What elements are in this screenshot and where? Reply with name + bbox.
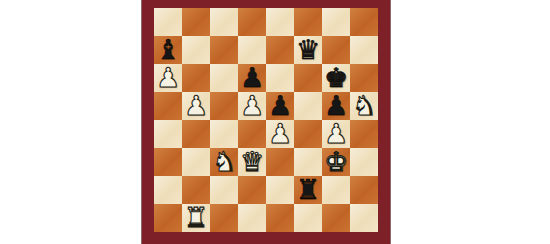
white-pawn[interactable]: ♟ [240, 92, 264, 119]
square-g2[interactable] [322, 176, 350, 204]
square-g5[interactable]: ♟ [322, 92, 350, 120]
square-g3[interactable]: ♚ [322, 148, 350, 176]
white-rook[interactable]: ♜ [184, 204, 208, 231]
white-pawn[interactable]: ♟ [156, 64, 180, 91]
square-g6[interactable]: ♚ [322, 64, 350, 92]
square-e8[interactable] [266, 8, 294, 36]
square-f5[interactable] [294, 92, 322, 120]
square-c7[interactable] [210, 36, 238, 64]
square-f7[interactable]: ♛ [294, 36, 322, 64]
square-b8[interactable] [182, 8, 210, 36]
page-background: ♝♛♟♟♚♟♟♟♟♞♟♟♞♛♚♜♜ [0, 0, 550, 244]
square-h6[interactable] [350, 64, 378, 92]
black-king[interactable]: ♚ [324, 64, 348, 91]
square-e7[interactable] [266, 36, 294, 64]
square-g1[interactable] [322, 204, 350, 232]
square-e6[interactable] [266, 64, 294, 92]
square-g8[interactable] [322, 8, 350, 36]
square-a2[interactable] [154, 176, 182, 204]
square-b1[interactable]: ♜ [182, 204, 210, 232]
square-h8[interactable] [350, 8, 378, 36]
square-h1[interactable] [350, 204, 378, 232]
square-c1[interactable] [210, 204, 238, 232]
black-queen[interactable]: ♛ [296, 36, 320, 63]
square-a3[interactable] [154, 148, 182, 176]
square-a8[interactable] [154, 8, 182, 36]
square-b2[interactable] [182, 176, 210, 204]
square-b4[interactable] [182, 120, 210, 148]
white-king[interactable]: ♚ [324, 148, 348, 175]
square-f3[interactable] [294, 148, 322, 176]
square-b5[interactable]: ♟ [182, 92, 210, 120]
square-e1[interactable] [266, 204, 294, 232]
square-e3[interactable] [266, 148, 294, 176]
white-queen[interactable]: ♛ [240, 148, 264, 175]
white-pawn[interactable]: ♟ [184, 92, 208, 119]
black-rook[interactable]: ♜ [296, 176, 320, 203]
black-pawn[interactable]: ♟ [240, 64, 264, 91]
square-f6[interactable] [294, 64, 322, 92]
square-f4[interactable] [294, 120, 322, 148]
square-e4[interactable]: ♟ [266, 120, 294, 148]
square-a7[interactable]: ♝ [154, 36, 182, 64]
square-h5[interactable]: ♞ [350, 92, 378, 120]
white-knight[interactable]: ♞ [212, 148, 236, 175]
square-d7[interactable] [238, 36, 266, 64]
square-d6[interactable]: ♟ [238, 64, 266, 92]
square-d2[interactable] [238, 176, 266, 204]
square-c4[interactable] [210, 120, 238, 148]
square-f1[interactable] [294, 204, 322, 232]
square-d4[interactable] [238, 120, 266, 148]
square-b7[interactable] [182, 36, 210, 64]
black-pawn[interactable]: ♟ [268, 92, 292, 119]
square-g7[interactable] [322, 36, 350, 64]
square-h2[interactable] [350, 176, 378, 204]
square-h3[interactable] [350, 148, 378, 176]
white-pawn[interactable]: ♟ [268, 120, 292, 147]
square-h7[interactable] [350, 36, 378, 64]
white-knight[interactable]: ♞ [352, 92, 376, 119]
square-d1[interactable] [238, 204, 266, 232]
square-c6[interactable] [210, 64, 238, 92]
square-d3[interactable]: ♛ [238, 148, 266, 176]
square-f2[interactable]: ♜ [294, 176, 322, 204]
black-pawn[interactable]: ♟ [324, 92, 348, 119]
square-e2[interactable] [266, 176, 294, 204]
square-h4[interactable] [350, 120, 378, 148]
square-c3[interactable]: ♞ [210, 148, 238, 176]
square-a4[interactable] [154, 120, 182, 148]
square-c8[interactable] [210, 8, 238, 36]
square-c5[interactable] [210, 92, 238, 120]
square-b3[interactable] [182, 148, 210, 176]
square-a1[interactable] [154, 204, 182, 232]
square-f8[interactable] [294, 8, 322, 36]
chess-board: ♝♛♟♟♚♟♟♟♟♞♟♟♞♛♚♜♜ [154, 8, 378, 232]
square-a5[interactable] [154, 92, 182, 120]
white-pawn[interactable]: ♟ [324, 120, 348, 147]
square-d8[interactable] [238, 8, 266, 36]
square-b6[interactable] [182, 64, 210, 92]
square-d5[interactable]: ♟ [238, 92, 266, 120]
black-bishop[interactable]: ♝ [156, 36, 180, 63]
square-c2[interactable] [210, 176, 238, 204]
chess-board-frame: ♝♛♟♟♚♟♟♟♟♞♟♟♞♛♚♜♜ [142, 0, 390, 244]
square-g4[interactable]: ♟ [322, 120, 350, 148]
square-a6[interactable]: ♟ [154, 64, 182, 92]
square-e5[interactable]: ♟ [266, 92, 294, 120]
